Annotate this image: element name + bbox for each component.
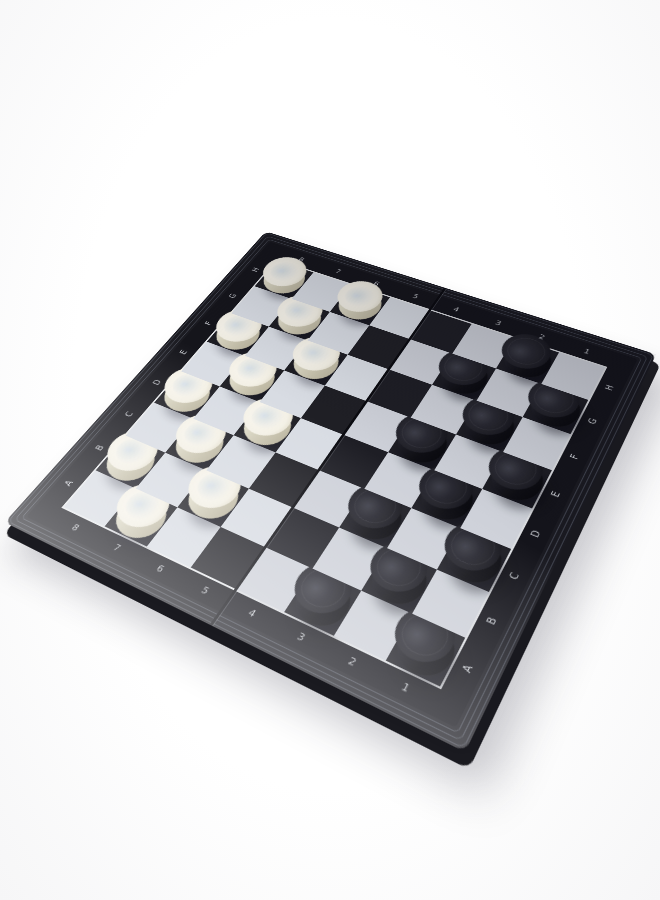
checkers-board: AA11BB22CC33DD44EE55FF66GG77HH88: [5, 231, 657, 752]
rank-label-glyph: 2: [537, 333, 546, 341]
rank-label-glyph: 1: [399, 681, 411, 694]
rank-label-glyph: 2: [346, 655, 358, 668]
rank-label-glyph: 5: [199, 585, 211, 596]
rank-label-glyph: 6: [154, 563, 166, 574]
rank-label-glyph: 8: [297, 256, 306, 263]
rank-label-glyph: 4: [452, 306, 461, 313]
rank-label-glyph: 3: [295, 631, 307, 643]
rank-label-glyph: 3: [494, 319, 503, 327]
rank-label-glyph: 8: [69, 522, 80, 532]
rank-label-glyph: 4: [246, 607, 258, 619]
rank-label-glyph: 7: [334, 268, 343, 275]
rank-label-glyph: 6: [372, 280, 381, 287]
rank-label-glyph: 5: [411, 293, 420, 300]
rank-label-glyph: 1: [582, 347, 591, 355]
product-photo-stage: AA11BB22CC33DD44EE55FF66GG77HH88: [0, 0, 660, 900]
rank-label-glyph: 7: [111, 542, 123, 553]
